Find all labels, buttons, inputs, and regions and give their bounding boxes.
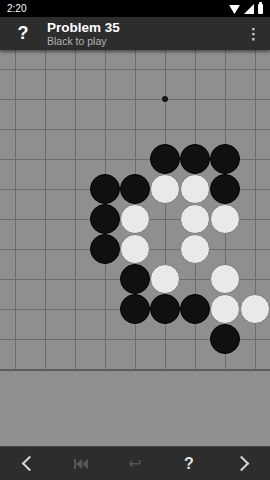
stone-black <box>90 174 120 204</box>
undo-button[interactable]: ↩ <box>108 447 162 480</box>
stone-black <box>210 174 240 204</box>
stone-black <box>90 234 120 264</box>
stone-black <box>210 324 240 354</box>
undo-icon: ↩ <box>128 456 141 472</box>
bottom-toolbar: ↩ ? <box>0 446 270 480</box>
status-bar: 2:20 <box>0 0 270 17</box>
cell-signal-icon <box>244 4 254 14</box>
grid-hline <box>0 99 270 100</box>
stone-white <box>210 264 240 294</box>
stone-white <box>150 264 180 294</box>
page-title: Problem 35 <box>47 20 246 35</box>
help-icon[interactable]: ? <box>10 23 36 44</box>
prev-button[interactable] <box>0 447 54 480</box>
stone-black <box>120 174 150 204</box>
title-block: Problem 35 Black to play <box>47 20 246 47</box>
question-mark-icon: ? <box>184 455 194 473</box>
chevron-left-icon <box>21 456 37 472</box>
chevron-right-icon <box>233 456 249 472</box>
page-subtitle: Black to play <box>47 35 246 47</box>
grid-vline <box>45 50 46 370</box>
stone-white <box>180 234 210 264</box>
grid-vline <box>15 50 16 370</box>
next-button[interactable] <box>216 447 270 480</box>
status-icons <box>229 3 263 14</box>
star-point <box>162 96 168 102</box>
grid-hline <box>0 69 270 70</box>
battery-icon <box>258 4 263 14</box>
stone-white <box>150 174 180 204</box>
stone-white <box>180 174 210 204</box>
wifi-icon <box>229 5 240 14</box>
hint-button[interactable]: ? <box>162 447 216 480</box>
stone-black <box>180 144 210 174</box>
overflow-menu-icon[interactable]: ⋮ <box>246 25 260 43</box>
stone-white <box>240 294 270 324</box>
stone-white <box>120 234 150 264</box>
stone-white <box>210 294 240 324</box>
stone-white <box>120 204 150 234</box>
grid-hline <box>0 129 270 130</box>
grid-vline <box>75 50 76 370</box>
stone-black <box>90 204 120 234</box>
stone-white <box>180 204 210 234</box>
stone-black <box>180 294 210 324</box>
app-bar: ? Problem 35 Black to play ⋮ <box>0 17 270 50</box>
stone-black <box>150 294 180 324</box>
status-time: 2:20 <box>7 0 26 17</box>
stone-black <box>210 144 240 174</box>
grid-hline <box>0 369 270 371</box>
stone-black <box>150 144 180 174</box>
go-board[interactable] <box>0 50 270 446</box>
skip-to-start-icon <box>74 459 88 469</box>
stone-black <box>120 264 150 294</box>
stone-black <box>120 294 150 324</box>
stone-white <box>210 204 240 234</box>
screen: 2:20 ? Problem 35 Black to play ⋮ ↩ ? <box>0 0 270 480</box>
skip-to-start-button[interactable] <box>54 447 108 480</box>
